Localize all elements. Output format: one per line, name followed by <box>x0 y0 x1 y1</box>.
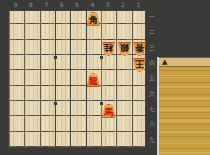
piece-glyph: 香 <box>135 42 144 53</box>
rank-label: 四 <box>147 56 157 71</box>
file-label: 4 <box>85 0 100 10</box>
rank-label: 一 <box>147 10 157 25</box>
piece-glyph: 銀 <box>120 42 129 53</box>
star-point <box>54 102 57 105</box>
rank-label: 八 <box>147 117 157 132</box>
sente-hand-tray[interactable] <box>159 66 210 155</box>
file-label: 8 <box>23 0 38 10</box>
file-label: 5 <box>69 0 84 10</box>
file-label: 3 <box>100 0 115 10</box>
file-label: 9 <box>8 0 23 10</box>
sente-hand-panel: ▲ <box>159 57 210 155</box>
rank-label: 九 <box>147 133 157 148</box>
rank-label: 二 <box>147 25 157 40</box>
rank-label: 七 <box>147 102 157 117</box>
piece-gote-silver[interactable]: 銀 <box>118 42 131 56</box>
piece-sente-bishop[interactable]: 角 <box>87 12 100 26</box>
star-point <box>54 56 57 59</box>
rank-labels: 一 二 三 四 五 六 七 八 九 <box>147 10 157 148</box>
star-point <box>100 56 103 59</box>
piece-gote-knight[interactable]: 桂 <box>102 42 115 56</box>
piece-glyph: 龍 <box>89 76 98 87</box>
piece-glyph: 馬 <box>104 107 113 118</box>
piece-glyph: 角 <box>89 15 98 26</box>
piece-sente-promoted-rook[interactable]: 龍 <box>87 73 100 87</box>
piece-glyph: 王 <box>135 58 144 69</box>
rank-label: 三 <box>147 41 157 56</box>
sente-triangle-icon: ▲ <box>162 59 167 66</box>
file-label: 1 <box>131 0 146 10</box>
rank-label: 六 <box>147 87 157 102</box>
rank-label: 五 <box>147 71 157 86</box>
piece-gote-king[interactable]: 王 <box>133 58 146 72</box>
shogi-board[interactable]: 角桂銀香王龍馬 <box>8 10 146 148</box>
shogi-app: 9 8 7 6 5 4 3 2 1 角桂銀香王龍馬 一 二 三 四 五 六 七 … <box>0 0 210 155</box>
file-label: 6 <box>54 0 69 10</box>
star-point <box>100 102 103 105</box>
file-label: 2 <box>115 0 130 10</box>
piece-glyph: 桂 <box>104 42 113 53</box>
piece-gote-lance[interactable]: 香 <box>133 42 146 56</box>
piece-sente-promoted-bishop[interactable]: 馬 <box>102 104 115 118</box>
file-labels: 9 8 7 6 5 4 3 2 1 <box>8 0 146 10</box>
sente-hand-header: ▲ <box>159 57 210 66</box>
file-label: 7 <box>39 0 54 10</box>
